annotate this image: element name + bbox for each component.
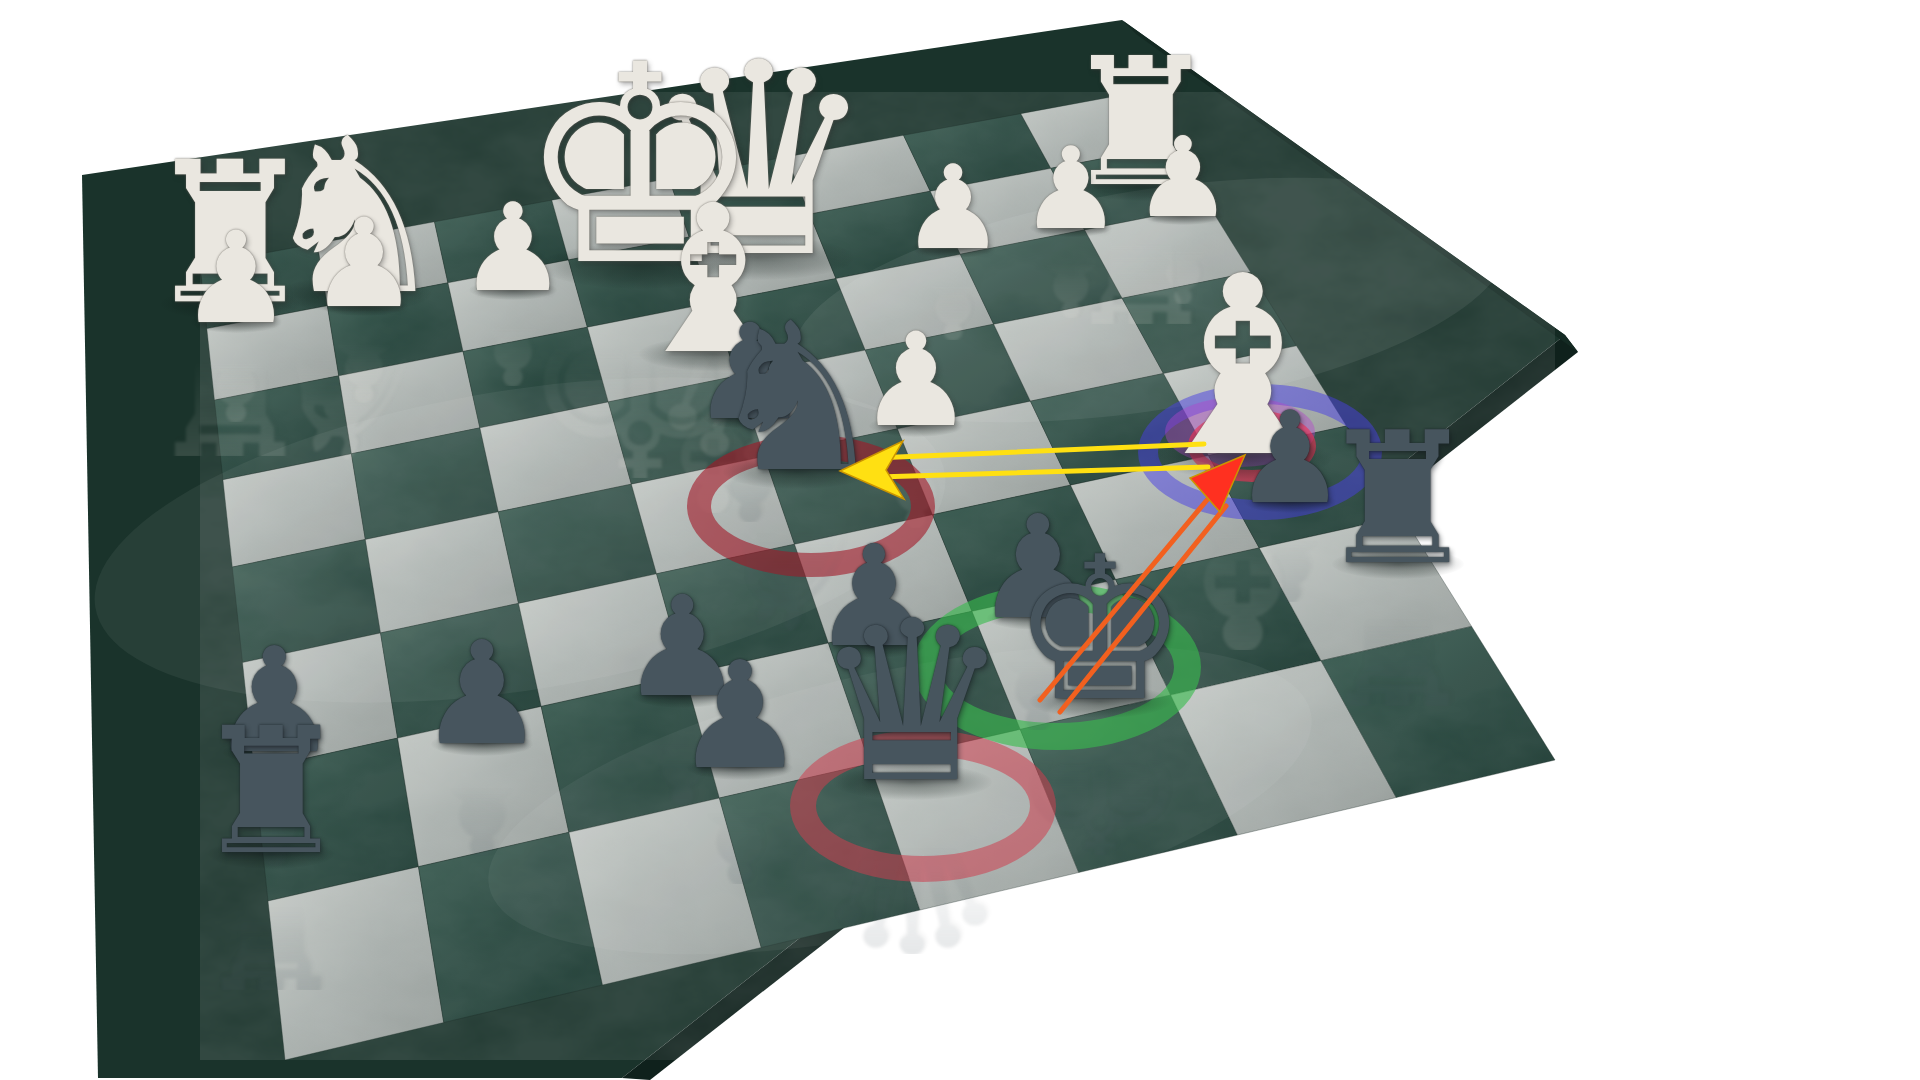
piece-black-rook[interactable]: ♜ — [1260, 430, 1536, 568]
chess-app-screen: ♜♜♞♞♚♚♛♛♜♜♟♟♟♟♟♟♟♟♟♟♟♟♟♟♝♝♝♝♜♜♜♜♟♟♟♟♟♟♟♟… — [0, 0, 1920, 1080]
piece-white-pawn[interactable]: ♟ — [140, 230, 332, 326]
piece-black-knight[interactable]: ♞ — [642, 321, 952, 476]
piece-black-queen[interactable]: ♛ — [744, 618, 1080, 786]
piece-black-pawn[interactable]: ♟ — [374, 640, 590, 748]
piece-black-rook[interactable]: ♜ — [139, 726, 403, 858]
